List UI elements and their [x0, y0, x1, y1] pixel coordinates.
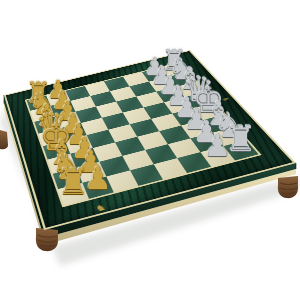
chess-set-photo: ♞ ♞ ♜♞♝♛♚♝♞♜♟♟♟♟♟♟♟♟♟♟♟♟♟♟♟♟♜♞♝♛♚♝♞♜ — [0, 0, 300, 300]
piece-black-pawn-h7: ♟ — [204, 131, 231, 161]
pieces-layer: ♜♞♝♛♚♝♞♜♟♟♟♟♟♟♟♟♟♟♟♟♟♟♟♟♜♞♝♛♚♝♞♜ — [0, 0, 300, 300]
piece-white-rook-h1: ♜ — [57, 164, 90, 200]
